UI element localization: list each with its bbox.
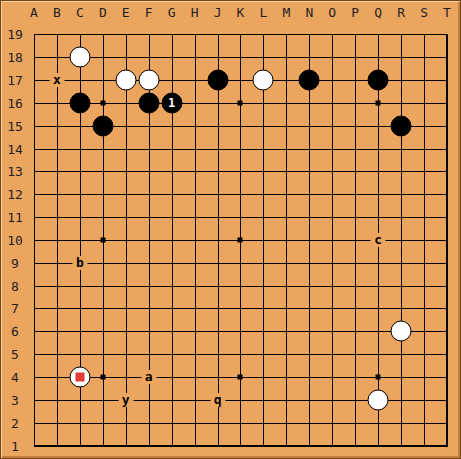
coordinate-row-14: 14 [7,141,23,156]
coordinate-row-1: 1 [11,438,19,453]
board-label-c-q10: c [371,233,386,247]
coordinate-row-10: 10 [7,232,23,247]
board-label-a-f4: a [141,370,156,384]
black-stone-d15[interactable] [92,115,113,136]
star-point-k4 [238,374,243,379]
star-point-k16 [238,100,243,105]
black-stone-r15[interactable] [391,115,412,136]
white-stone-r6[interactable] [391,321,412,342]
coordinate-row-2: 2 [11,415,19,430]
coordinate-column-J: J [214,5,222,20]
coordinate-column-P: P [351,5,359,20]
coordinate-column-K: K [237,5,245,20]
grid-line-horizontal-7 [34,308,448,309]
grid-line-horizontal-2 [34,423,448,424]
black-stone-n17[interactable] [299,70,320,91]
black-stone-c16[interactable] [69,92,90,113]
board-label-y-e3: y [118,393,133,407]
grid-line-horizontal-12 [34,194,448,195]
white-stone-e17[interactable] [115,70,136,91]
coordinate-column-S: S [420,5,428,20]
coordinate-column-O: O [328,5,336,20]
coordinate-column-M: M [282,5,290,20]
grid-line-horizontal-6 [34,331,448,332]
coordinate-column-T: T [443,5,451,20]
star-point-d10 [100,237,105,242]
black-stone-f16[interactable] [138,92,159,113]
coordinate-column-B: B [53,5,61,20]
black-stone-j17[interactable] [207,70,228,91]
coordinate-row-16: 16 [7,95,23,110]
grid-line-horizontal-11 [34,217,448,218]
white-stone-q3[interactable] [368,389,389,410]
board-label-b-c9: b [72,256,87,270]
coordinate-column-N: N [305,5,313,20]
coordinate-row-8: 8 [11,278,19,293]
coordinate-column-L: L [260,5,268,20]
coordinate-row-15: 15 [7,118,23,133]
coordinate-row-3: 3 [11,392,19,407]
grid-line-horizontal-5 [34,354,448,355]
white-stone-f17[interactable] [138,70,159,91]
coordinate-row-5: 5 [11,347,19,362]
star-point-q16 [376,100,381,105]
grid-line-horizontal-14 [34,149,448,150]
coordinate-row-9: 9 [11,255,19,270]
coordinate-row-11: 11 [7,210,23,225]
coordinate-row-17: 17 [7,73,23,88]
coordinate-column-R: R [397,5,405,20]
coordinate-column-Q: Q [374,5,382,20]
move-number-1-g16: 1 [168,96,175,110]
grid-line-horizontal-19 [34,34,448,35]
grid-line-horizontal-13 [34,171,448,172]
grid-line-horizontal-8 [34,286,448,287]
white-stone-l17[interactable] [253,70,274,91]
coordinate-column-F: F [145,5,153,20]
star-point-k10 [238,237,243,242]
go-board[interactable]: ABCDEFGHJKLMNOPQRST191817161514131211109… [1,1,460,458]
go-board-diagram: ABCDEFGHJKLMNOPQRST191817161514131211109… [0,0,461,459]
star-point-q4 [376,374,381,379]
board-label-q-j3: q [210,393,225,407]
coordinate-column-C: C [76,5,84,20]
board-label-x-b17: x [49,73,64,87]
grid-line-horizontal-1 [34,445,448,447]
grid-line-horizontal-18 [34,57,448,58]
coordinate-column-A: A [30,5,38,20]
coordinate-row-7: 7 [11,301,19,316]
white-stone-c18[interactable] [69,47,90,68]
coordinate-column-G: G [168,5,176,20]
grid-line-horizontal-9 [34,263,448,264]
star-point-d16 [100,100,105,105]
red-square-mark-c4 [75,372,84,381]
star-point-d4 [100,374,105,379]
black-stone-q17[interactable] [368,70,389,91]
coordinate-column-H: H [191,5,199,20]
coordinate-row-6: 6 [11,324,19,339]
coordinate-row-13: 13 [7,164,23,179]
coordinate-column-E: E [122,5,130,20]
coordinate-row-18: 18 [7,50,23,65]
coordinate-row-12: 12 [7,187,23,202]
coordinate-row-4: 4 [11,369,19,384]
coordinate-row-19: 19 [7,27,23,42]
coordinate-column-D: D [99,5,107,20]
